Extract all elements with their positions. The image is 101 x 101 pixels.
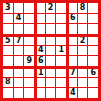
- cell-r6c5-empty[interactable]: [46, 56, 56, 66]
- cell-r8c2-empty[interactable]: [14, 78, 24, 88]
- cell-r2c7-given: 6: [67, 14, 77, 24]
- cell-r9c6-empty[interactable]: [56, 88, 66, 98]
- cell-r2c8-empty[interactable]: [78, 14, 88, 24]
- cell-r6c8-empty[interactable]: [78, 56, 88, 66]
- cell-r8c9-empty[interactable]: [88, 78, 98, 88]
- cell-r3c2-empty[interactable]: [14, 24, 24, 34]
- cell-r8c6-empty[interactable]: [56, 78, 66, 88]
- cell-r8c5-empty[interactable]: [46, 78, 56, 88]
- cell-r3c3-empty[interactable]: [24, 24, 34, 34]
- cell-r1c4-empty[interactable]: [35, 3, 45, 13]
- cell-r1c3-empty[interactable]: [24, 3, 34, 13]
- cell-r4c4-empty[interactable]: [35, 35, 45, 45]
- cell-r8c7-empty[interactable]: [67, 78, 77, 88]
- cell-r6c2-empty[interactable]: [14, 56, 24, 66]
- cell-r6c4-given: 6: [35, 56, 45, 66]
- cell-r4c9-empty[interactable]: [88, 35, 98, 45]
- cell-r7c6-empty[interactable]: [56, 67, 66, 77]
- cell-r1c6-empty[interactable]: [56, 3, 66, 13]
- cell-r6c6-empty[interactable]: [56, 56, 66, 66]
- cell-r5c5-empty[interactable]: [46, 46, 56, 56]
- cell-r5c7-empty[interactable]: [67, 46, 77, 56]
- cell-r7c1-empty[interactable]: [3, 67, 13, 77]
- cell-r4c6-empty[interactable]: [56, 35, 66, 45]
- cell-r9c9-empty[interactable]: [88, 88, 98, 98]
- cell-r6c1-empty[interactable]: [3, 56, 13, 66]
- cell-r2c1-empty[interactable]: [3, 14, 13, 24]
- cell-r5c4-given: 4: [35, 46, 45, 56]
- cell-r3c9-empty[interactable]: [88, 24, 98, 34]
- cell-r9c5-empty[interactable]: [46, 88, 56, 98]
- cell-r3c5-empty[interactable]: [46, 24, 56, 34]
- cell-r4c2-given: 7: [14, 35, 24, 45]
- cell-r7c9-given: 6: [88, 67, 98, 77]
- cell-r5c6-given: 1: [56, 46, 66, 56]
- cell-r6c3-given: 9: [24, 56, 34, 66]
- cell-r7c7-given: 7: [67, 67, 77, 77]
- cell-r2c5-empty[interactable]: [46, 14, 56, 24]
- cell-r2c2-given: 4: [14, 14, 24, 24]
- cell-r1c9-empty[interactable]: [88, 3, 98, 13]
- cell-r3c8-empty[interactable]: [78, 24, 88, 34]
- sudoku-board: 32846572419617684: [0, 0, 101, 101]
- cell-r8c1-given: 8: [3, 78, 13, 88]
- cell-r7c8-empty[interactable]: [78, 67, 88, 77]
- cell-r7c4-given: 1: [35, 67, 45, 77]
- cell-r3c1-empty[interactable]: [3, 24, 13, 34]
- cell-r4c1-given: 5: [3, 35, 13, 45]
- cell-r8c4-empty[interactable]: [35, 78, 45, 88]
- cell-r1c8-given: 8: [78, 3, 88, 13]
- cell-r3c4-empty[interactable]: [35, 24, 45, 34]
- cell-r7c3-empty[interactable]: [24, 67, 34, 77]
- cell-r7c5-empty[interactable]: [46, 67, 56, 77]
- cell-r2c3-empty[interactable]: [24, 14, 34, 24]
- cell-r9c4-empty[interactable]: [35, 88, 45, 98]
- cell-r5c9-empty[interactable]: [88, 46, 98, 56]
- cell-r5c1-empty[interactable]: [3, 46, 13, 56]
- cell-r3c7-empty[interactable]: [67, 24, 77, 34]
- cell-r9c1-empty[interactable]: [3, 88, 13, 98]
- cell-r1c2-empty[interactable]: [14, 3, 24, 13]
- cell-r7c2-empty[interactable]: [14, 67, 24, 77]
- cell-r9c3-empty[interactable]: [24, 88, 34, 98]
- cell-r4c7-empty[interactable]: [67, 35, 77, 45]
- cell-r1c7-empty[interactable]: [67, 3, 77, 13]
- cell-r4c8-given: 2: [78, 35, 88, 45]
- cell-r8c3-empty[interactable]: [24, 78, 34, 88]
- cell-r5c2-empty[interactable]: [14, 46, 24, 56]
- cell-r8c8-empty[interactable]: [78, 78, 88, 88]
- cell-r6c9-empty[interactable]: [88, 56, 98, 66]
- cell-r2c9-empty[interactable]: [88, 14, 98, 24]
- cell-r5c3-empty[interactable]: [24, 46, 34, 56]
- cell-r1c1-given: 3: [3, 3, 13, 13]
- cell-r2c6-empty[interactable]: [56, 14, 66, 24]
- cell-r4c5-empty[interactable]: [46, 35, 56, 45]
- cell-r6c7-empty[interactable]: [67, 56, 77, 66]
- cell-r3c6-empty[interactable]: [56, 24, 66, 34]
- cell-r9c8-empty[interactable]: [78, 88, 88, 98]
- cell-r1c5-given: 2: [46, 3, 56, 13]
- cell-r2c4-empty[interactable]: [35, 14, 45, 24]
- cell-r5c8-empty[interactable]: [78, 46, 88, 56]
- cell-r9c2-empty[interactable]: [14, 88, 24, 98]
- cell-r4c3-empty[interactable]: [24, 35, 34, 45]
- cell-r9c7-given: 4: [67, 88, 77, 98]
